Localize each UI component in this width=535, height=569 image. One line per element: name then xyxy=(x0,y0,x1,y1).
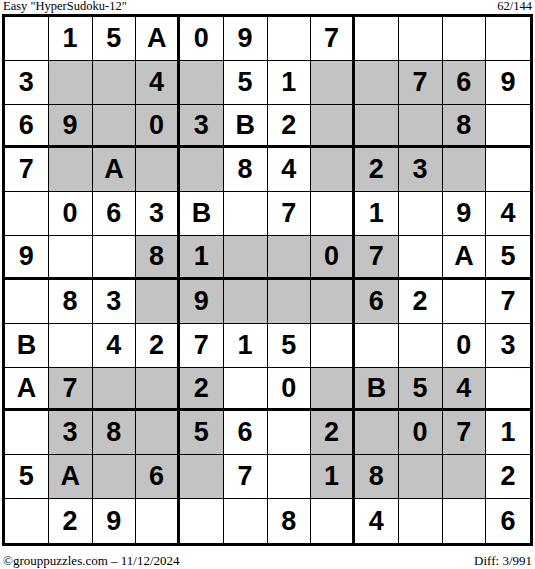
cell-r3c9 xyxy=(355,105,399,149)
cell-r4c12 xyxy=(486,148,530,192)
cell-r10c1 xyxy=(5,411,49,455)
cell-r4c6: 8 xyxy=(224,148,268,192)
cell-r2c7: 1 xyxy=(268,61,312,105)
cell-r9c5: 2 xyxy=(180,368,224,412)
cell-r5c10 xyxy=(399,192,443,236)
cell-r6c8: 0 xyxy=(311,236,355,280)
cell-r11c10 xyxy=(399,455,443,499)
cell-r6c1: 9 xyxy=(5,236,49,280)
cell-r10c6: 6 xyxy=(224,411,268,455)
cell-r5c12: 4 xyxy=(486,192,530,236)
cell-r11c9: 8 xyxy=(355,455,399,499)
cell-r2c2 xyxy=(49,61,93,105)
cell-r6c7 xyxy=(268,236,312,280)
cell-r7c8 xyxy=(311,280,355,324)
cell-r11c4: 6 xyxy=(136,455,180,499)
cell-r12c10 xyxy=(399,499,443,543)
cell-r7c7 xyxy=(268,280,312,324)
cell-r12c3: 9 xyxy=(93,499,137,543)
cell-r2c9 xyxy=(355,61,399,105)
cell-r9c7: 0 xyxy=(268,368,312,412)
cell-r11c7 xyxy=(268,455,312,499)
cell-r5c11: 9 xyxy=(443,192,487,236)
cell-r8c12: 3 xyxy=(486,324,530,368)
cell-r3c11: 8 xyxy=(443,105,487,149)
cell-r9c8 xyxy=(311,368,355,412)
cell-r7c4 xyxy=(136,280,180,324)
cell-r1c1 xyxy=(5,17,49,61)
cell-r9c10: 5 xyxy=(399,368,443,412)
cell-r4c11 xyxy=(443,148,487,192)
cell-r11c8: 1 xyxy=(311,455,355,499)
cell-r3c5: 3 xyxy=(180,105,224,149)
difficulty-rating: Diff: 3/991 xyxy=(474,553,532,568)
cell-r8c5: 7 xyxy=(180,324,224,368)
cell-r3c7: 2 xyxy=(268,105,312,149)
cell-r10c4 xyxy=(136,411,180,455)
cell-r9c11: 4 xyxy=(443,368,487,412)
cell-r1c12 xyxy=(486,17,530,61)
cell-r4c1: 7 xyxy=(5,148,49,192)
cell-r2c11: 6 xyxy=(443,61,487,105)
cell-r2c12: 9 xyxy=(486,61,530,105)
cell-r6c3 xyxy=(93,236,137,280)
cell-r5c2: 0 xyxy=(49,192,93,236)
cell-r5c8 xyxy=(311,192,355,236)
cell-r1c2: 1 xyxy=(49,17,93,61)
cell-r12c6 xyxy=(224,499,268,543)
cell-r9c3 xyxy=(93,368,137,412)
cell-r3c3 xyxy=(93,105,137,149)
cell-r12c11 xyxy=(443,499,487,543)
cell-r8c2 xyxy=(49,324,93,368)
cell-r11c11 xyxy=(443,455,487,499)
cell-r4c9: 2 xyxy=(355,148,399,192)
cell-r6c12: 5 xyxy=(486,236,530,280)
cell-r7c2: 8 xyxy=(49,280,93,324)
cell-r2c1: 3 xyxy=(5,61,49,105)
cell-r10c2: 3 xyxy=(49,411,93,455)
cell-r8c8 xyxy=(311,324,355,368)
cell-r10c9 xyxy=(355,411,399,455)
cell-r5c4: 3 xyxy=(136,192,180,236)
cell-r7c6 xyxy=(224,280,268,324)
cell-r6c4: 8 xyxy=(136,236,180,280)
cell-r5c1 xyxy=(5,192,49,236)
copyright-date: ©grouppuzzles.com – 11/12/2024 xyxy=(3,553,180,568)
cell-r10c12: 1 xyxy=(486,411,530,455)
cell-r8c10 xyxy=(399,324,443,368)
cell-r1c6: 9 xyxy=(224,17,268,61)
cell-r4c8 xyxy=(311,148,355,192)
cell-r2c3 xyxy=(93,61,137,105)
cell-r11c5 xyxy=(180,455,224,499)
page-footer: ©grouppuzzles.com – 11/12/2024 Diff: 3/9… xyxy=(3,551,532,568)
cell-r10c8: 2 xyxy=(311,411,355,455)
cell-r3c10 xyxy=(399,105,443,149)
cell-r8c3: 4 xyxy=(93,324,137,368)
cell-r1c5: 0 xyxy=(180,17,224,61)
cell-r7c1 xyxy=(5,280,49,324)
sudoku-board: 15A09734517696903B287A8423063B719498107A… xyxy=(2,14,533,546)
cell-r1c7 xyxy=(268,17,312,61)
cell-r2c6: 5 xyxy=(224,61,268,105)
cell-r8c11: 0 xyxy=(443,324,487,368)
cell-r5c6 xyxy=(224,192,268,236)
cell-r4c5 xyxy=(180,148,224,192)
cell-r6c11: A xyxy=(443,236,487,280)
cell-r2c5 xyxy=(180,61,224,105)
cell-r12c9: 4 xyxy=(355,499,399,543)
cell-r11c3 xyxy=(93,455,137,499)
cell-r3c8 xyxy=(311,105,355,149)
cell-r1c9 xyxy=(355,17,399,61)
cell-r10c5: 5 xyxy=(180,411,224,455)
cell-r9c9: B xyxy=(355,368,399,412)
cell-r7c9: 6 xyxy=(355,280,399,324)
cell-r4c2 xyxy=(49,148,93,192)
cell-r2c8 xyxy=(311,61,355,105)
cell-r9c6 xyxy=(224,368,268,412)
cell-r1c10 xyxy=(399,17,443,61)
cell-r12c5 xyxy=(180,499,224,543)
cell-r10c7 xyxy=(268,411,312,455)
cell-r11c12: 2 xyxy=(486,455,530,499)
cell-r2c10: 7 xyxy=(399,61,443,105)
cell-r11c1: 5 xyxy=(5,455,49,499)
cell-r10c3: 8 xyxy=(93,411,137,455)
cell-r4c10: 3 xyxy=(399,148,443,192)
cell-r12c2: 2 xyxy=(49,499,93,543)
cell-r7c10: 2 xyxy=(399,280,443,324)
cell-r2c4: 4 xyxy=(136,61,180,105)
cell-r3c4: 0 xyxy=(136,105,180,149)
cell-r3c1: 6 xyxy=(5,105,49,149)
cell-r3c6: B xyxy=(224,105,268,149)
cell-r1c8: 7 xyxy=(311,17,355,61)
cell-r9c12 xyxy=(486,368,530,412)
cell-r7c3: 3 xyxy=(93,280,137,324)
cell-r12c12: 6 xyxy=(486,499,530,543)
cell-r7c12: 7 xyxy=(486,280,530,324)
cell-r6c6 xyxy=(224,236,268,280)
cell-r3c12 xyxy=(486,105,530,149)
puzzle-title: Easy "HyperSudoku-12" xyxy=(3,0,127,13)
cell-r11c2: A xyxy=(49,455,93,499)
cell-r6c9: 7 xyxy=(355,236,399,280)
cell-r4c4 xyxy=(136,148,180,192)
cell-r3c2: 9 xyxy=(49,105,93,149)
cell-r12c4 xyxy=(136,499,180,543)
cell-r7c11 xyxy=(443,280,487,324)
cell-r12c8 xyxy=(311,499,355,543)
puzzle-counter: 62/144 xyxy=(497,0,532,13)
cell-r1c3: 5 xyxy=(93,17,137,61)
cell-r6c10 xyxy=(399,236,443,280)
cell-r5c7: 7 xyxy=(268,192,312,236)
cell-r1c4: A xyxy=(136,17,180,61)
cell-r11c6: 7 xyxy=(224,455,268,499)
cell-r5c5: B xyxy=(180,192,224,236)
cell-r5c9: 1 xyxy=(355,192,399,236)
cell-r7c5: 9 xyxy=(180,280,224,324)
cell-r9c2: 7 xyxy=(49,368,93,412)
cell-r10c11: 7 xyxy=(443,411,487,455)
cell-r8c7: 5 xyxy=(268,324,312,368)
cell-r12c1 xyxy=(5,499,49,543)
cell-r12c7: 8 xyxy=(268,499,312,543)
cell-r6c5: 1 xyxy=(180,236,224,280)
cell-r8c6: 1 xyxy=(224,324,268,368)
cell-r1c11 xyxy=(443,17,487,61)
cell-r8c9 xyxy=(355,324,399,368)
cell-r8c1: B xyxy=(5,324,49,368)
cell-r4c3: A xyxy=(93,148,137,192)
puzzle-page: Easy "HyperSudoku-12" 62/144 15A09734517… xyxy=(0,0,535,569)
page-header: Easy "HyperSudoku-12" 62/144 xyxy=(3,0,532,14)
cell-r9c4 xyxy=(136,368,180,412)
cell-r5c3: 6 xyxy=(93,192,137,236)
cell-r8c4: 2 xyxy=(136,324,180,368)
cell-r4c7: 4 xyxy=(268,148,312,192)
cell-r9c1: A xyxy=(5,368,49,412)
cell-r6c2 xyxy=(49,236,93,280)
cell-r10c10: 0 xyxy=(399,411,443,455)
